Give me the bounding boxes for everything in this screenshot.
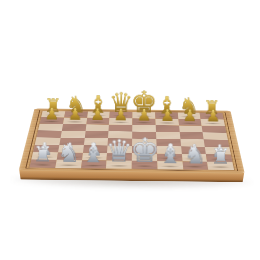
piece-white-silver-bishop: ♝ bbox=[158, 140, 182, 167]
piece-black-gold-pawn: ♟ bbox=[114, 107, 129, 123]
piece-black-gold-pawn: ♟ bbox=[90, 107, 105, 123]
piece-black-gold-pawn: ♟ bbox=[206, 108, 221, 124]
piece-white-silver-knight: ♞ bbox=[57, 140, 80, 166]
square-h1: ♜ bbox=[207, 162, 234, 170]
piece-black-gold-pawn: ♟ bbox=[67, 106, 82, 122]
chess-board-group: ♜♞♝♛♚♝♞♜♟♟♟♟♟♟♟♟♟♟♟♟♟♟♟♟♜♞♝♛♚♝♞♜ bbox=[0, 0, 260, 260]
piece-black-gold-pawn: ♟ bbox=[183, 108, 198, 124]
square-f1: ♝ bbox=[157, 161, 183, 169]
square-e1: ♚ bbox=[132, 161, 158, 169]
square-c1: ♝ bbox=[81, 160, 107, 168]
square-b1: ♞ bbox=[55, 160, 82, 168]
piece-white-silver-rook: ♜ bbox=[211, 146, 231, 168]
piece-white-silver-knight: ♞ bbox=[184, 142, 207, 168]
square-g1: ♞ bbox=[182, 161, 208, 169]
piece-black-gold-pawn: ♟ bbox=[160, 107, 175, 123]
square-a1: ♜ bbox=[29, 160, 56, 168]
product-photo-chess-set: ♜♞♝♛♚♝♞♜♟♟♟♟♟♟♟♟♟♟♟♟♟♟♟♟♜♞♝♛♚♝♞♜ bbox=[0, 0, 260, 260]
piece-white-silver-bishop: ♝ bbox=[82, 139, 106, 166]
board-perspective-wrapper: ♜♞♝♛♚♝♞♜♟♟♟♟♟♟♟♟♟♟♟♟♟♟♟♟♜♞♝♛♚♝♞♜ bbox=[19, 0, 248, 173]
board-squares-grid: ♜♞♝♛♚♝♞♜♟♟♟♟♟♟♟♟♟♟♟♟♟♟♟♟♜♞♝♛♚♝♞♜ bbox=[29, 111, 234, 170]
piece-white-silver-rook: ♜ bbox=[33, 144, 53, 166]
piece-white-silver-king: ♚ bbox=[129, 133, 160, 167]
square-d1: ♛ bbox=[106, 161, 132, 169]
chess-board: ♜♞♝♛♚♝♞♜♟♟♟♟♟♟♟♟♟♟♟♟♟♟♟♟♜♞♝♛♚♝♞♜ bbox=[19, 108, 245, 173]
piece-black-gold-pawn: ♟ bbox=[44, 106, 59, 122]
piece-black-gold-pawn: ♟ bbox=[137, 107, 152, 123]
